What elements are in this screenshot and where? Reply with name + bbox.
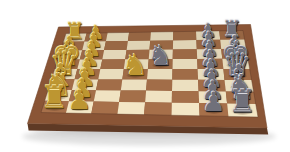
chessboard-photo: ♜♞♝♛♚♝♜♟♟♟♟♟♟♟♟♞♞♟♟♟♟♟♟♟♟♜♞♝♛♚♝♜: [0, 0, 290, 152]
chess-board: [0, 0, 290, 152]
